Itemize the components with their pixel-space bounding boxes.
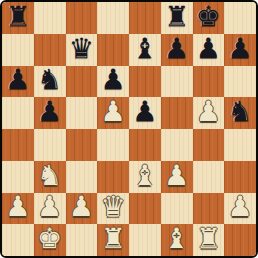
square-g5[interactable]: ♟ [193,97,225,129]
square-a1[interactable] [2,224,34,256]
square-g4[interactable] [193,129,225,161]
square-g3[interactable] [193,161,225,193]
square-f6[interactable] [161,66,193,98]
chess-board: ♜♜♚♛♝♟♟♟♟♞♟♟♟♟♟♞♞♝♟♟♟♟♛♟♚♜♝♜ [0,0,258,258]
square-c8[interactable] [66,2,98,34]
square-h1[interactable] [224,224,256,256]
piece-black-knight: ♞ [228,98,253,126]
square-c5[interactable] [66,97,98,129]
piece-white-rook: ♜ [196,225,221,253]
square-c3[interactable] [66,161,98,193]
piece-black-pawn: ♟ [228,35,253,63]
piece-black-rook: ♜ [164,3,189,31]
square-d3[interactable] [97,161,129,193]
square-a8[interactable]: ♜ [2,2,34,34]
square-b8[interactable] [34,2,66,34]
piece-white-bishop: ♝ [132,162,157,190]
piece-white-queen: ♛ [101,193,126,221]
square-e2[interactable] [129,193,161,225]
square-h2[interactable]: ♟ [224,193,256,225]
piece-black-queen: ♛ [69,35,94,63]
square-g7[interactable]: ♟ [193,34,225,66]
square-h8[interactable] [224,2,256,34]
square-b5[interactable]: ♟ [34,97,66,129]
square-e8[interactable] [129,2,161,34]
square-e7[interactable]: ♝ [129,34,161,66]
piece-black-knight: ♞ [37,66,62,94]
piece-white-pawn: ♟ [69,193,94,221]
piece-black-pawn: ♟ [196,35,221,63]
piece-black-bishop: ♝ [132,35,157,63]
square-d6[interactable]: ♟ [97,66,129,98]
square-c7[interactable]: ♛ [66,34,98,66]
piece-white-pawn: ♟ [164,162,189,190]
piece-black-pawn: ♟ [37,98,62,126]
square-d2[interactable]: ♛ [97,193,129,225]
square-c2[interactable]: ♟ [66,193,98,225]
square-f1[interactable]: ♝ [161,224,193,256]
piece-white-knight: ♞ [37,162,62,190]
piece-white-rook: ♜ [101,225,126,253]
square-a5[interactable] [2,97,34,129]
piece-white-pawn: ♟ [37,193,62,221]
square-f3[interactable]: ♟ [161,161,193,193]
square-e4[interactable] [129,129,161,161]
square-a6[interactable]: ♟ [2,66,34,98]
square-g1[interactable]: ♜ [193,224,225,256]
square-b4[interactable] [34,129,66,161]
piece-black-rook: ♜ [5,3,30,31]
square-h4[interactable] [224,129,256,161]
piece-white-pawn: ♟ [5,193,30,221]
piece-black-pawn: ♟ [164,35,189,63]
piece-black-pawn: ♟ [5,66,30,94]
square-c6[interactable] [66,66,98,98]
square-f2[interactable] [161,193,193,225]
square-h7[interactable]: ♟ [224,34,256,66]
piece-white-pawn: ♟ [101,98,126,126]
square-e3[interactable]: ♝ [129,161,161,193]
piece-white-king: ♚ [37,225,62,253]
square-a3[interactable] [2,161,34,193]
square-a2[interactable]: ♟ [2,193,34,225]
square-f8[interactable]: ♜ [161,2,193,34]
square-f7[interactable]: ♟ [161,34,193,66]
square-f4[interactable] [161,129,193,161]
square-d4[interactable] [97,129,129,161]
square-g6[interactable] [193,66,225,98]
square-b3[interactable]: ♞ [34,161,66,193]
piece-black-pawn: ♟ [101,66,126,94]
piece-white-pawn: ♟ [228,193,253,221]
square-b1[interactable]: ♚ [34,224,66,256]
piece-black-pawn: ♟ [132,98,157,126]
square-d7[interactable] [97,34,129,66]
square-d1[interactable]: ♜ [97,224,129,256]
square-d5[interactable]: ♟ [97,97,129,129]
square-h3[interactable] [224,161,256,193]
piece-white-bishop: ♝ [164,225,189,253]
square-f5[interactable] [161,97,193,129]
square-b2[interactable]: ♟ [34,193,66,225]
square-b7[interactable] [34,34,66,66]
square-g2[interactable] [193,193,225,225]
square-b6[interactable]: ♞ [34,66,66,98]
square-g8[interactable]: ♚ [193,2,225,34]
piece-black-king: ♚ [196,3,221,31]
square-a4[interactable] [2,129,34,161]
page: ♜♜♚♛♝♟♟♟♟♞♟♟♟♟♟♞♞♝♟♟♟♟♛♟♚♜♝♜ [0,0,258,258]
square-c4[interactable] [66,129,98,161]
square-e1[interactable] [129,224,161,256]
square-h5[interactable]: ♞ [224,97,256,129]
piece-white-pawn: ♟ [196,98,221,126]
square-a7[interactable] [2,34,34,66]
square-d8[interactable] [97,2,129,34]
square-e6[interactable] [129,66,161,98]
square-e5[interactable]: ♟ [129,97,161,129]
square-c1[interactable] [66,224,98,256]
square-h6[interactable] [224,66,256,98]
